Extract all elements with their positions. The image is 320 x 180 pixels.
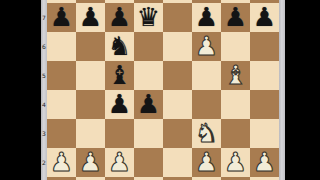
white-pawn-a2: ♟ [50,148,73,177]
square-c3 [105,119,134,148]
square-f6: ♟ [192,32,221,61]
square-a4 [47,90,76,119]
square-b2: ♟ [76,148,105,177]
square-d3 [134,119,163,148]
square-g1: ♚ [221,177,250,180]
square-e1: ♜ [163,177,192,180]
square-a7: ♟ [47,3,76,32]
square-g2: ♟ [221,148,250,177]
square-c7: ♟ [105,3,134,32]
square-a3 [47,119,76,148]
black-pawn-a7: ♟ [50,3,73,32]
square-f2: ♟ [192,148,221,177]
chess-board: ♜♝♚♜♟♟♟♛♟♟♟♞♟♝♝♟♟♞♟♟♟♟♟♟♜♞♛♜♚ [47,0,279,180]
square-e4 [163,90,192,119]
square-d1: ♛ [134,177,163,180]
square-g6 [221,32,250,61]
rank-label-3: 3 [41,131,47,137]
square-f4 [192,90,221,119]
square-e6 [163,32,192,61]
square-c6: ♞ [105,32,134,61]
square-b7: ♟ [76,3,105,32]
square-c5: ♝ [105,61,134,90]
black-pawn-g7: ♟ [224,3,247,32]
square-f7: ♟ [192,3,221,32]
square-f1 [192,177,221,180]
square-d2 [134,148,163,177]
square-h4 [250,90,279,119]
square-a2: ♟ [47,148,76,177]
square-d4: ♟ [134,90,163,119]
rank-label-4: 4 [41,102,47,108]
rank-coordinate-border: 765432 [41,0,47,180]
rank-label-7: 7 [41,15,47,21]
square-a6 [47,32,76,61]
square-h2: ♟ [250,148,279,177]
square-b3 [76,119,105,148]
white-queen-d1: ♛ [137,177,160,180]
square-e7 [163,3,192,32]
black-pawn-c7: ♟ [108,3,131,32]
white-pawn-c2: ♟ [108,148,131,177]
white-knight-b1: ♞ [79,177,102,180]
square-h1 [250,177,279,180]
white-king-g1: ♚ [224,177,247,180]
square-g4 [221,90,250,119]
black-pawn-h7: ♟ [253,3,276,32]
square-b6 [76,32,105,61]
square-b5 [76,61,105,90]
black-pawn-d4: ♟ [137,90,160,119]
black-bishop-c5: ♝ [108,61,131,90]
square-e5 [163,61,192,90]
black-knight-c6: ♞ [108,32,131,61]
square-c1 [105,177,134,180]
square-d5 [134,61,163,90]
square-d7: ♛ [134,3,163,32]
right-board-border [279,0,285,180]
white-pawn-f2: ♟ [195,148,218,177]
white-pawn-f6: ♟ [195,32,218,61]
square-d6 [134,32,163,61]
black-pawn-f7: ♟ [195,3,218,32]
square-g5: ♝ [221,61,250,90]
rank-label-2: 2 [41,160,47,166]
rank-label-6: 6 [41,44,47,50]
chess-video-frame: ♜♝♚♜♟♟♟♛♟♟♟♞♟♝♝♟♟♞♟♟♟♟♟♟♜♞♛♜♚ 765432 [0,0,320,180]
square-b4 [76,90,105,119]
white-bishop-g5: ♝ [224,61,247,90]
square-e2 [163,148,192,177]
white-rook-e1: ♜ [166,177,189,180]
black-pawn-b7: ♟ [79,3,102,32]
square-h7: ♟ [250,3,279,32]
square-f5 [192,61,221,90]
square-a5 [47,61,76,90]
square-h6 [250,32,279,61]
square-c4: ♟ [105,90,134,119]
square-e3 [163,119,192,148]
white-pawn-g2: ♟ [224,148,247,177]
rank-label-5: 5 [41,73,47,79]
square-g3 [221,119,250,148]
white-pawn-b2: ♟ [79,148,102,177]
black-pawn-c4: ♟ [108,90,131,119]
square-g7: ♟ [221,3,250,32]
white-rook-a1: ♜ [50,177,73,180]
white-pawn-h2: ♟ [253,148,276,177]
square-a1: ♜ [47,177,76,180]
square-c2: ♟ [105,148,134,177]
black-queen-d7: ♛ [137,3,160,32]
square-b1: ♞ [76,177,105,180]
square-f3: ♞ [192,119,221,148]
square-h3 [250,119,279,148]
white-knight-f3: ♞ [195,119,218,148]
square-h5 [250,61,279,90]
